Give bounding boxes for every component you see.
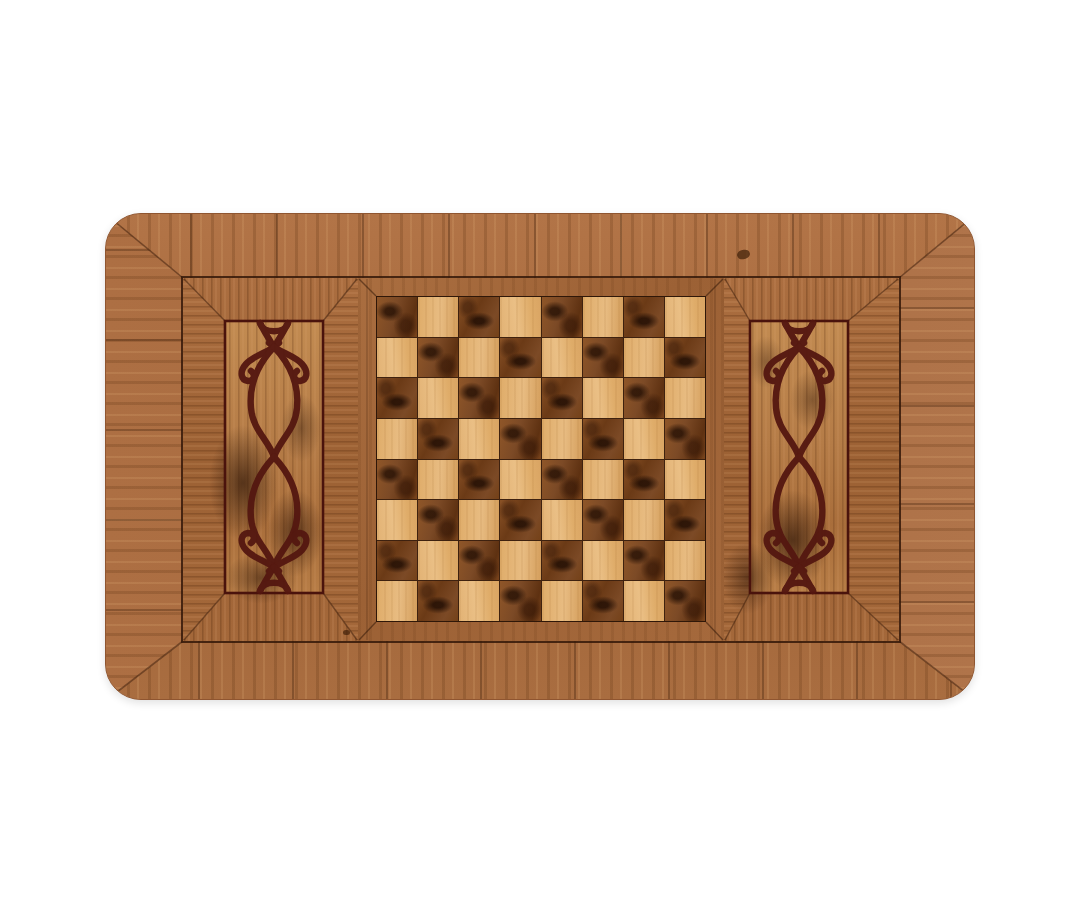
square-a1[interactable]	[377, 581, 417, 621]
square-h5[interactable]	[665, 419, 705, 459]
square-e7[interactable]	[542, 338, 582, 378]
square-a7[interactable]	[377, 338, 417, 378]
square-f8[interactable]	[583, 297, 623, 337]
square-f5[interactable]	[583, 419, 623, 459]
square-b1[interactable]	[418, 581, 458, 621]
marquetry-panel-right	[724, 278, 899, 641]
square-d3[interactable]	[500, 500, 540, 540]
square-g2[interactable]	[624, 541, 664, 581]
square-h3[interactable]	[665, 500, 705, 540]
square-b6[interactable]	[418, 378, 458, 418]
square-d5[interactable]	[500, 419, 540, 459]
square-a5[interactable]	[377, 419, 417, 459]
square-f2[interactable]	[583, 541, 623, 581]
square-c1[interactable]	[459, 581, 499, 621]
square-d4[interactable]	[500, 460, 540, 500]
square-h1[interactable]	[665, 581, 705, 621]
square-d8[interactable]	[500, 297, 540, 337]
square-h7[interactable]	[665, 338, 705, 378]
chessboard-section	[358, 278, 724, 641]
games-table-top	[105, 213, 975, 700]
square-c4[interactable]	[459, 460, 499, 500]
marquetry-panel-left	[183, 278, 358, 641]
square-a3[interactable]	[377, 500, 417, 540]
square-g4[interactable]	[624, 460, 664, 500]
square-h8[interactable]	[665, 297, 705, 337]
square-e4[interactable]	[542, 460, 582, 500]
square-a6[interactable]	[377, 378, 417, 418]
square-f7[interactable]	[583, 338, 623, 378]
square-b4[interactable]	[418, 460, 458, 500]
wood-knot-mark	[343, 630, 350, 635]
square-d7[interactable]	[500, 338, 540, 378]
square-f4[interactable]	[583, 460, 623, 500]
square-d2[interactable]	[500, 541, 540, 581]
square-b8[interactable]	[418, 297, 458, 337]
chessboard	[376, 296, 706, 622]
square-a4[interactable]	[377, 460, 417, 500]
square-f6[interactable]	[583, 378, 623, 418]
square-c8[interactable]	[459, 297, 499, 337]
square-e1[interactable]	[542, 581, 582, 621]
square-e3[interactable]	[542, 500, 582, 540]
square-b3[interactable]	[418, 500, 458, 540]
square-c2[interactable]	[459, 541, 499, 581]
photo-background	[0, 0, 1080, 901]
square-f3[interactable]	[583, 500, 623, 540]
square-g6[interactable]	[624, 378, 664, 418]
square-a8[interactable]	[377, 297, 417, 337]
square-h6[interactable]	[665, 378, 705, 418]
square-b7[interactable]	[418, 338, 458, 378]
marquetry-panel-art	[724, 278, 899, 641]
square-d6[interactable]	[500, 378, 540, 418]
square-e8[interactable]	[542, 297, 582, 337]
square-g8[interactable]	[624, 297, 664, 337]
square-f1[interactable]	[583, 581, 623, 621]
marquetry-panel-art	[183, 278, 358, 641]
square-g3[interactable]	[624, 500, 664, 540]
square-b5[interactable]	[418, 419, 458, 459]
square-c7[interactable]	[459, 338, 499, 378]
square-e5[interactable]	[542, 419, 582, 459]
square-h4[interactable]	[665, 460, 705, 500]
square-c3[interactable]	[459, 500, 499, 540]
square-g1[interactable]	[624, 581, 664, 621]
square-g7[interactable]	[624, 338, 664, 378]
square-e2[interactable]	[542, 541, 582, 581]
square-h2[interactable]	[665, 541, 705, 581]
inner-field	[183, 278, 899, 641]
square-d1[interactable]	[500, 581, 540, 621]
square-b2[interactable]	[418, 541, 458, 581]
square-c5[interactable]	[459, 419, 499, 459]
square-e6[interactable]	[542, 378, 582, 418]
square-g5[interactable]	[624, 419, 664, 459]
square-a2[interactable]	[377, 541, 417, 581]
square-c6[interactable]	[459, 378, 499, 418]
